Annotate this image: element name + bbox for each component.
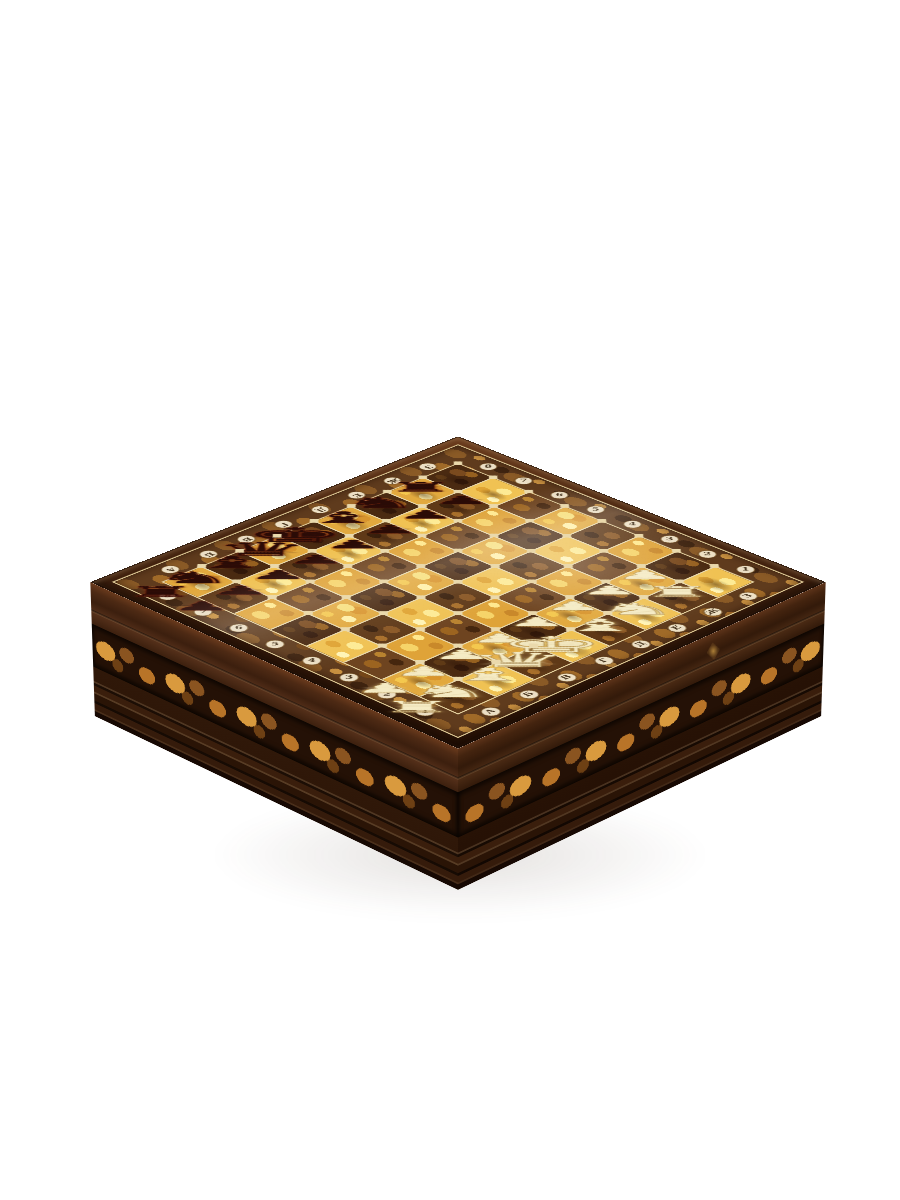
chess-piece-black-pawn: ♟ xyxy=(248,569,310,581)
square-b2 xyxy=(421,647,495,679)
square-c3 xyxy=(422,614,495,645)
chess-piece-black-pawn: ♟ xyxy=(396,509,455,520)
chess-piece-white-pawn: ♟ xyxy=(579,584,641,596)
chess-piece-white-pawn: ♟ xyxy=(614,569,676,581)
chess-casket-box: 8877665544332211ЗЗЖЖЕЕДДГГВВББАА ♜♞♝♛♚♝♞… xyxy=(90,436,825,748)
chess-piece-black-pawn: ♟ xyxy=(360,524,420,536)
rank-label-8: 8 xyxy=(479,463,497,470)
square-b5 xyxy=(310,598,382,629)
chess-piece-black-pawn: ♟ xyxy=(323,538,384,550)
photo-backdrop: 8877665544332211ЗЗЖЖЕЕДДГГВВББАА ♜♞♝♛♚♝♞… xyxy=(0,0,900,1200)
chess-piece-black-rook: ♜ xyxy=(124,585,198,599)
square-e3 xyxy=(497,583,569,613)
square-c5 xyxy=(348,583,420,613)
chess-piece-black-pawn: ♟ xyxy=(209,584,271,596)
square-d4 xyxy=(422,583,494,613)
rank-label-6: 6 xyxy=(550,491,569,498)
chess-piece-black-pawn: ♟ xyxy=(285,554,346,566)
chess-piece-black-pawn: ♟ xyxy=(432,494,491,505)
rank-label-7: 7 xyxy=(514,477,532,484)
rank-label-3: 3 xyxy=(660,535,679,543)
chess-piece-black-rook: ♜ xyxy=(386,481,455,494)
rank-label-4: 4 xyxy=(623,520,642,528)
rank-label-1: 1 xyxy=(735,565,755,573)
rank-label-5: 5 xyxy=(586,506,605,514)
scene: 8877665544332211ЗЗЖЖЕЕДДГГВВББАА ♜♞♝♛♚♝♞… xyxy=(0,0,900,1200)
rank-label-2: 2 xyxy=(697,550,717,558)
chess-piece-white-rook: ♜ xyxy=(641,585,714,599)
